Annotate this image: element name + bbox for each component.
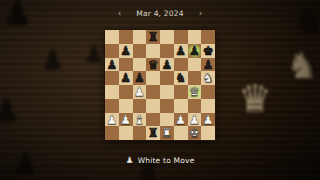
square-a4[interactable] bbox=[105, 85, 119, 99]
white-knight: ♞ bbox=[203, 71, 214, 85]
black-pawn: ♟ bbox=[120, 71, 131, 85]
white-pawn-icon: ♟ bbox=[126, 156, 134, 165]
date-navigation-bar: ‹ Mar 4, 2024 › bbox=[0, 6, 320, 20]
square-g4[interactable]: ♛ bbox=[188, 85, 202, 99]
square-d1[interactable]: ♜ bbox=[146, 126, 160, 140]
square-h7[interactable]: ♚ bbox=[201, 44, 215, 58]
square-d7[interactable] bbox=[146, 44, 160, 58]
chess-board[interactable]: ♜♟♟♟♚♟♛♟♟♟♟♞♞♟♛♟♟♝♟♟♟♜♜♚ bbox=[105, 30, 215, 140]
puzzle-date-label: Mar 4, 2024 bbox=[136, 9, 183, 18]
black-pawn-blur: ♟ bbox=[41, 47, 64, 73]
white-queen-blur: ♛ bbox=[238, 80, 272, 118]
white-rook: ♜ bbox=[161, 126, 172, 140]
square-e8[interactable] bbox=[160, 30, 174, 44]
black-pawn: ♟ bbox=[106, 58, 117, 72]
square-h3[interactable] bbox=[201, 99, 215, 113]
square-b1[interactable] bbox=[119, 126, 133, 140]
black-king: ♚ bbox=[203, 44, 214, 58]
square-f8[interactable] bbox=[174, 30, 188, 44]
square-d5[interactable] bbox=[146, 71, 160, 85]
square-a3[interactable] bbox=[105, 99, 119, 113]
square-h1[interactable] bbox=[201, 126, 215, 140]
square-g6[interactable] bbox=[188, 58, 202, 72]
square-f7[interactable]: ♟ bbox=[174, 44, 188, 58]
square-h2[interactable]: ♟ bbox=[201, 113, 215, 127]
square-f4[interactable] bbox=[174, 85, 188, 99]
side-to-move-label: White to Move bbox=[138, 156, 195, 165]
square-c3[interactable] bbox=[133, 99, 147, 113]
square-a8[interactable] bbox=[105, 30, 119, 44]
square-e6[interactable]: ♟ bbox=[160, 58, 174, 72]
square-b7[interactable]: ♟ bbox=[119, 44, 133, 58]
square-c8[interactable] bbox=[133, 30, 147, 44]
black-pawn: ♟ bbox=[120, 44, 131, 58]
square-a2[interactable]: ♟ bbox=[105, 113, 119, 127]
square-h6[interactable]: ♟ bbox=[201, 58, 215, 72]
square-c2[interactable]: ♝ bbox=[133, 113, 147, 127]
black-pawn-blur: ♟ bbox=[0, 96, 20, 126]
square-e3[interactable] bbox=[160, 99, 174, 113]
black-pawn-blur: ♟ bbox=[84, 44, 104, 66]
black-rook: ♜ bbox=[148, 126, 159, 140]
square-b3[interactable] bbox=[119, 99, 133, 113]
square-b5[interactable]: ♟ bbox=[119, 71, 133, 85]
square-f3[interactable] bbox=[174, 99, 188, 113]
square-h5[interactable]: ♞ bbox=[201, 71, 215, 85]
square-d4[interactable] bbox=[146, 85, 160, 99]
white-pawn: ♟ bbox=[134, 85, 145, 99]
white-pawn: ♟ bbox=[175, 113, 186, 127]
white-queen: ♛ bbox=[189, 85, 200, 99]
previous-day-button[interactable]: ‹ bbox=[116, 9, 124, 18]
square-c7[interactable] bbox=[133, 44, 147, 58]
square-h8[interactable] bbox=[201, 30, 215, 44]
square-e4[interactable] bbox=[160, 85, 174, 99]
square-c4[interactable]: ♟ bbox=[133, 85, 147, 99]
square-g1[interactable]: ♚ bbox=[188, 126, 202, 140]
next-day-button[interactable]: › bbox=[197, 9, 205, 18]
square-a6[interactable]: ♟ bbox=[105, 58, 119, 72]
square-a5[interactable] bbox=[105, 71, 119, 85]
black-pawn: ♟ bbox=[175, 44, 186, 58]
square-e7[interactable] bbox=[160, 44, 174, 58]
black-queen: ♛ bbox=[148, 58, 159, 72]
square-c1[interactable] bbox=[133, 126, 147, 140]
square-c5[interactable]: ♟ bbox=[133, 71, 147, 85]
square-d8[interactable]: ♜ bbox=[146, 30, 160, 44]
app-background: ♟♟♟♟♟♞♞♛♜ ‹ Mar 4, 2024 › ♜♟♟♟♚♟♛♟♟♟♟♞♞♟… bbox=[0, 0, 320, 180]
black-knight: ♞ bbox=[175, 71, 186, 85]
white-pawn: ♟ bbox=[106, 113, 117, 127]
square-a1[interactable] bbox=[105, 126, 119, 140]
square-g2[interactable]: ♟ bbox=[188, 113, 202, 127]
square-e2[interactable] bbox=[160, 113, 174, 127]
black-pawn: ♟ bbox=[203, 58, 214, 72]
square-g3[interactable] bbox=[188, 99, 202, 113]
square-g5[interactable] bbox=[188, 71, 202, 85]
black-pawn: ♟ bbox=[161, 58, 172, 72]
white-bishop: ♝ bbox=[134, 113, 145, 127]
square-g7[interactable]: ♟ bbox=[188, 44, 202, 58]
square-d6[interactable]: ♛ bbox=[146, 58, 160, 72]
white-knight-blur: ♞ bbox=[286, 48, 318, 84]
white-pawn: ♟ bbox=[120, 113, 131, 127]
black-rook: ♜ bbox=[148, 30, 159, 44]
white-pawn: ♟ bbox=[203, 113, 214, 127]
square-b2[interactable]: ♟ bbox=[119, 113, 133, 127]
black-pawn: ♟ bbox=[189, 44, 200, 58]
square-b8[interactable] bbox=[119, 30, 133, 44]
square-g8[interactable] bbox=[188, 30, 202, 44]
square-h4[interactable] bbox=[201, 85, 215, 99]
square-b4[interactable] bbox=[119, 85, 133, 99]
square-d3[interactable] bbox=[146, 99, 160, 113]
square-f2[interactable]: ♟ bbox=[174, 113, 188, 127]
square-e5[interactable] bbox=[160, 71, 174, 85]
square-f5[interactable]: ♞ bbox=[174, 71, 188, 85]
square-e1[interactable]: ♜ bbox=[160, 126, 174, 140]
square-a7[interactable] bbox=[105, 44, 119, 58]
status-bar: ♟ White to Move bbox=[0, 154, 320, 166]
white-king: ♚ bbox=[189, 126, 200, 140]
white-pawn: ♟ bbox=[189, 113, 200, 127]
black-pawn: ♟ bbox=[134, 71, 145, 85]
square-f1[interactable] bbox=[174, 126, 188, 140]
